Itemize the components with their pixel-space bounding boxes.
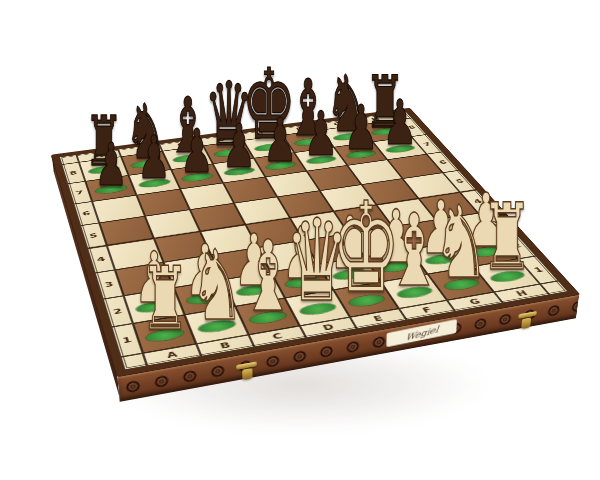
square-f2 bbox=[364, 250, 427, 282]
felt-base bbox=[236, 283, 273, 297]
felt-base bbox=[346, 150, 377, 160]
felt-base bbox=[443, 278, 481, 292]
felt-base bbox=[396, 286, 434, 300]
product-photo: ABCDEFGH8877665544332211ABCDEFGH Wegiel … bbox=[0, 0, 600, 480]
felt-base bbox=[469, 246, 505, 259]
felt-base bbox=[385, 144, 416, 153]
chess-board: ABCDEFGH8877665544332211ABCDEFGH Wegiel bbox=[52, 108, 579, 376]
square-c4 bbox=[200, 225, 258, 255]
board-surface: ABCDEFGH8877665544332211ABCDEFGH bbox=[52, 108, 579, 376]
square-a6 bbox=[92, 195, 145, 223]
felt-base bbox=[181, 172, 213, 182]
felt-base bbox=[186, 291, 224, 305]
felt-base bbox=[332, 268, 369, 281]
felt-base bbox=[213, 148, 244, 157]
felt-base bbox=[348, 294, 386, 308]
square-f3 bbox=[348, 227, 409, 257]
square-b4 bbox=[154, 232, 211, 263]
felt-base bbox=[293, 138, 324, 147]
square-a5 bbox=[99, 216, 154, 245]
felt-base bbox=[306, 155, 337, 165]
felt-base bbox=[378, 260, 415, 273]
brand-signature: Wegiel bbox=[405, 324, 439, 342]
felt-base bbox=[172, 154, 203, 164]
square-d4 bbox=[246, 218, 304, 248]
square-d2 bbox=[271, 264, 334, 298]
felt-base bbox=[139, 178, 171, 188]
square-g2 bbox=[410, 242, 474, 274]
square-a4 bbox=[107, 239, 164, 270]
rank-label-3-left: 3 bbox=[95, 270, 124, 299]
felt-base bbox=[265, 161, 297, 171]
square-b3 bbox=[164, 255, 223, 288]
square-b2 bbox=[174, 280, 236, 315]
rank-label-4-left: 4 bbox=[87, 246, 115, 273]
felt-base bbox=[224, 166, 256, 176]
rank-label-3-right: 3 bbox=[478, 210, 515, 235]
square-e2 bbox=[318, 257, 381, 290]
felt-base bbox=[197, 319, 236, 334]
rank-label-1-left: 1 bbox=[111, 323, 143, 357]
felt-base bbox=[249, 310, 288, 325]
felt-base bbox=[332, 132, 362, 141]
felt-base bbox=[424, 253, 461, 266]
felt-base bbox=[95, 184, 127, 195]
felt-base bbox=[131, 159, 162, 169]
rank-label-5-left: 5 bbox=[80, 223, 107, 249]
brass-clasp-icon bbox=[517, 311, 537, 330]
felt-base bbox=[88, 165, 119, 175]
square-e3 bbox=[304, 233, 365, 264]
felt-base bbox=[489, 270, 527, 283]
felt-base bbox=[254, 143, 285, 152]
square-d3 bbox=[258, 240, 318, 272]
rank-label-2-right: 2 bbox=[498, 232, 537, 258]
brass-clasp-icon bbox=[236, 361, 257, 381]
felt-base bbox=[145, 328, 184, 344]
square-a3 bbox=[115, 262, 174, 295]
rank-label-1-right: 1 bbox=[518, 256, 559, 284]
felt-base bbox=[284, 276, 321, 290]
square-c2 bbox=[223, 272, 285, 306]
felt-base bbox=[371, 127, 401, 136]
felt-base bbox=[135, 300, 173, 315]
rank-label-2-left: 2 bbox=[103, 296, 133, 327]
square-c3 bbox=[211, 248, 271, 280]
felt-base bbox=[299, 302, 338, 317]
square-g3 bbox=[393, 220, 454, 250]
scene: ABCDEFGH8877665544332211ABCDEFGH Wegiel bbox=[0, 0, 600, 480]
square-a2 bbox=[124, 288, 185, 324]
